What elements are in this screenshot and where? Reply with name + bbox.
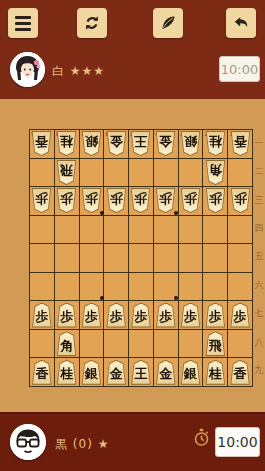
white-timer-value: 10:00 (221, 62, 258, 77)
top-section: 白 ★★★ 10:00 (0, 0, 265, 101)
refresh-icon (83, 14, 101, 32)
square-9九[interactable]: 香 (30, 358, 54, 386)
square-2七[interactable]: 歩 (203, 301, 227, 329)
black-player-captures: (0) (73, 437, 93, 451)
square-5八[interactable] (129, 330, 153, 358)
square-1五[interactable] (228, 244, 252, 272)
koma-gote-角[interactable]: 角 (205, 160, 226, 185)
rank-kanji-label: 四 (254, 214, 264, 242)
square-2六[interactable] (203, 273, 227, 301)
koma-sente-歩[interactable]: 歩 (155, 303, 176, 328)
square-4七[interactable]: 歩 (154, 301, 178, 329)
square-5六[interactable] (129, 273, 153, 301)
koma-sente-香[interactable]: 香 (230, 360, 251, 385)
koma-sente-歩[interactable]: 歩 (81, 303, 102, 328)
koma-gote-香[interactable]: 香 (230, 131, 251, 156)
square-7九[interactable]: 銀 (80, 358, 104, 386)
square-4五[interactable] (154, 244, 178, 272)
koma-gote-桂[interactable]: 桂 (56, 131, 77, 156)
square-2一[interactable]: 2桂 (203, 130, 227, 158)
square-6二[interactable] (104, 159, 128, 187)
rank-kanji-label: 八 (254, 328, 264, 356)
koma-sente-金[interactable]: 金 (155, 360, 176, 385)
square-1八[interactable] (228, 330, 252, 358)
square-8九[interactable]: 桂 (55, 358, 79, 386)
koma-gote-歩[interactable]: 歩 (155, 188, 176, 213)
square-2九[interactable]: 桂 (203, 358, 227, 386)
square-7四[interactable] (80, 216, 104, 244)
square-6九[interactable]: 金 (104, 358, 128, 386)
square-9八[interactable] (30, 330, 54, 358)
square-3七[interactable]: 歩 (179, 301, 203, 329)
koma-sente-金[interactable]: 金 (106, 360, 127, 385)
rank-kanji-label: 三 (254, 186, 264, 214)
square-4二[interactable] (154, 159, 178, 187)
hoshi-dot (100, 211, 104, 215)
square-8五[interactable] (55, 244, 79, 272)
square-6三[interactable]: 歩 (104, 187, 128, 215)
koma-gote-銀[interactable]: 銀 (180, 131, 201, 156)
black-player-name: 黒 (55, 437, 68, 451)
square-1一[interactable]: 1香 (228, 130, 252, 158)
white-player-avatar[interactable] (10, 52, 45, 87)
rank-kanji-label: 七 (254, 300, 264, 328)
square-7七[interactable]: 歩 (80, 301, 104, 329)
white-player-label: 白 ★★★ (52, 63, 105, 80)
rank-kanji-label: 一 (254, 129, 264, 157)
square-5二[interactable] (129, 159, 153, 187)
back-arrow-icon (232, 14, 250, 32)
white-player-name: 白 (52, 64, 65, 78)
koma-sente-王[interactable]: 王 (130, 360, 151, 385)
rank-kanji-label: 二 (254, 157, 264, 185)
koma-sente-香[interactable]: 香 (31, 360, 52, 385)
white-player-timer: 10:00 (219, 56, 260, 82)
board-section: 9香8桂7銀6金5王4金3銀2桂1香飛角歩歩歩歩歩歩歩歩歩歩歩歩歩歩歩歩歩歩角飛… (0, 99, 265, 414)
square-1二[interactable] (228, 159, 252, 187)
square-9七[interactable]: 歩 (30, 301, 54, 329)
square-5九[interactable]: 王 (129, 358, 153, 386)
square-7一[interactable]: 7銀 (80, 130, 104, 158)
koma-gote-桂[interactable]: 桂 (205, 131, 226, 156)
square-5三[interactable]: 歩 (129, 187, 153, 215)
square-1六[interactable] (228, 273, 252, 301)
menu-button[interactable] (8, 8, 38, 38)
square-6四[interactable] (104, 216, 128, 244)
black-player-stars: ★ (98, 437, 110, 451)
square-5七[interactable]: 歩 (129, 301, 153, 329)
square-5一[interactable]: 5王 (129, 130, 153, 158)
shogi-app: 白 ★★★ 10:00 9香8桂7銀6金5王4金3銀2桂1香飛角歩歩歩歩歩歩歩歩… (0, 0, 265, 471)
square-6六[interactable] (104, 273, 128, 301)
black-player-avatar[interactable] (10, 424, 46, 460)
square-2二[interactable]: 角 (203, 159, 227, 187)
hoshi-dot (174, 211, 178, 215)
square-8一[interactable]: 8桂 (55, 130, 79, 158)
koma-gote-金[interactable]: 金 (106, 131, 127, 156)
square-1四[interactable] (228, 216, 252, 244)
square-3四[interactable] (179, 216, 203, 244)
square-8七[interactable]: 歩 (55, 301, 79, 329)
square-9三[interactable]: 歩 (30, 187, 54, 215)
bottom-bar: 黒 (0) ★ 10:00 (0, 412, 265, 471)
square-3八[interactable] (179, 330, 203, 358)
square-7八[interactable] (80, 330, 104, 358)
rank-kanji-label: 六 (254, 271, 264, 299)
koma-gote-歩[interactable]: 歩 (56, 188, 77, 213)
square-2三[interactable]: 歩 (203, 187, 227, 215)
square-7五[interactable] (80, 244, 104, 272)
koma-gote-歩[interactable]: 歩 (31, 188, 52, 213)
glasses-man-avatar-icon (10, 424, 46, 460)
koma-sente-歩[interactable]: 歩 (31, 303, 52, 328)
square-1九[interactable]: 香 (228, 358, 252, 386)
square-3三[interactable]: 歩 (179, 187, 203, 215)
koma-sente-桂[interactable]: 桂 (56, 360, 77, 385)
square-8四[interactable] (55, 216, 79, 244)
koma-gote-歩[interactable]: 歩 (180, 188, 201, 213)
hoshi-dot (174, 296, 178, 300)
square-6七[interactable]: 歩 (104, 301, 128, 329)
feather-button[interactable] (153, 8, 183, 38)
koma-sente-銀[interactable]: 銀 (180, 360, 201, 385)
koma-sente-飛[interactable]: 飛 (205, 331, 226, 356)
rank-labels: 一二三四五六七八九 (254, 129, 264, 385)
koma-gote-銀[interactable]: 銀 (81, 131, 102, 156)
square-3五[interactable] (179, 244, 203, 272)
square-2四[interactable] (203, 216, 227, 244)
white-player-stars: ★★★ (70, 64, 105, 78)
black-timer-value: 10:00 (217, 434, 257, 450)
square-6八[interactable] (104, 330, 128, 358)
koma-sente-歩[interactable]: 歩 (230, 303, 251, 328)
geisha-avatar-icon (10, 52, 45, 87)
square-6一[interactable]: 6金 (104, 130, 128, 158)
koma-gote-歩[interactable]: 歩 (81, 188, 102, 213)
koma-gote-歩[interactable]: 歩 (106, 188, 127, 213)
hamburger-menu-icon (15, 16, 31, 31)
koma-sente-桂[interactable]: 桂 (205, 360, 226, 385)
undo-button[interactable] (226, 8, 256, 38)
square-9五[interactable] (30, 244, 54, 272)
black-player-label: 黒 (0) ★ (55, 436, 109, 453)
square-7二[interactable] (80, 159, 104, 187)
feather-icon (159, 14, 177, 32)
square-9一[interactable]: 9香 (30, 130, 54, 158)
square-2八[interactable]: 飛 (203, 330, 227, 358)
black-player-timer: 10:00 (215, 427, 260, 457)
square-8八[interactable]: 角 (55, 330, 79, 358)
square-9六[interactable] (30, 273, 54, 301)
square-4九[interactable]: 金 (154, 358, 178, 386)
koma-gote-歩[interactable]: 歩 (130, 188, 151, 213)
koma-gote-飛[interactable]: 飛 (56, 160, 77, 185)
square-4八[interactable] (154, 330, 178, 358)
koma-sente-歩[interactable]: 歩 (205, 303, 226, 328)
square-4四[interactable] (154, 216, 178, 244)
koma-sente-歩[interactable]: 歩 (106, 303, 127, 328)
koma-gote-王[interactable]: 王 (130, 131, 151, 156)
square-9四[interactable] (30, 216, 54, 244)
koma-sente-角[interactable]: 角 (56, 331, 77, 356)
koma-gote-歩[interactable]: 歩 (230, 188, 251, 213)
koma-sente-銀[interactable]: 銀 (81, 360, 102, 385)
hoshi-dot (100, 296, 104, 300)
koma-gote-金[interactable]: 金 (155, 131, 176, 156)
rank-kanji-label: 五 (254, 243, 264, 271)
refresh-button[interactable] (77, 8, 107, 38)
square-5五[interactable] (129, 244, 153, 272)
koma-gote-歩[interactable]: 歩 (205, 188, 226, 213)
square-8三[interactable]: 歩 (55, 187, 79, 215)
stopwatch-icon (193, 428, 210, 447)
square-3九[interactable]: 銀 (179, 358, 203, 386)
board-grid[interactable]: 9香8桂7銀6金5王4金3銀2桂1香飛角歩歩歩歩歩歩歩歩歩歩歩歩歩歩歩歩歩歩角飛… (29, 129, 253, 387)
square-8二[interactable]: 飛 (55, 159, 79, 187)
square-6五[interactable] (104, 244, 128, 272)
square-2五[interactable] (203, 244, 227, 272)
square-1三[interactable]: 歩 (228, 187, 252, 215)
koma-sente-歩[interactable]: 歩 (180, 303, 201, 328)
rank-kanji-label: 九 (254, 357, 264, 385)
koma-sente-歩[interactable]: 歩 (130, 303, 151, 328)
koma-sente-歩[interactable]: 歩 (56, 303, 77, 328)
square-1七[interactable]: 歩 (228, 301, 252, 329)
square-9二[interactable] (30, 159, 54, 187)
square-4一[interactable]: 4金 (154, 130, 178, 158)
square-3二[interactable] (179, 159, 203, 187)
square-3六[interactable] (179, 273, 203, 301)
square-3一[interactable]: 3銀 (179, 130, 203, 158)
square-8六[interactable] (55, 273, 79, 301)
square-5四[interactable] (129, 216, 153, 244)
koma-gote-香[interactable]: 香 (31, 131, 52, 156)
